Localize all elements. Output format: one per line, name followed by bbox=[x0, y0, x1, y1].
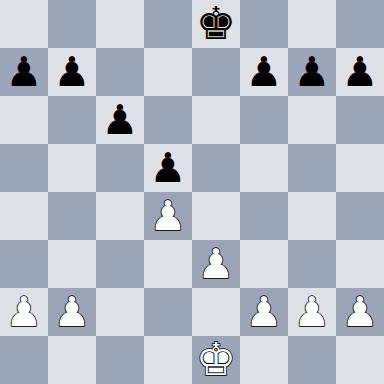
square-g1[interactable] bbox=[288, 336, 336, 384]
square-b5[interactable] bbox=[48, 144, 96, 192]
square-d3[interactable] bbox=[144, 240, 192, 288]
square-e1[interactable]: ♚ bbox=[192, 336, 240, 384]
square-g2[interactable]: ♟ bbox=[288, 288, 336, 336]
square-d6[interactable] bbox=[144, 96, 192, 144]
piece-white-pawn[interactable]: ♟ bbox=[6, 288, 43, 336]
square-d8[interactable] bbox=[144, 0, 192, 48]
square-g8[interactable] bbox=[288, 0, 336, 48]
square-e6[interactable] bbox=[192, 96, 240, 144]
square-h2[interactable]: ♟ bbox=[336, 288, 384, 336]
square-e2[interactable] bbox=[192, 288, 240, 336]
square-h8[interactable] bbox=[336, 0, 384, 48]
piece-white-king[interactable]: ♚ bbox=[196, 336, 236, 384]
square-c5[interactable] bbox=[96, 144, 144, 192]
square-f8[interactable] bbox=[240, 0, 288, 48]
square-d5[interactable]: ♟ bbox=[144, 144, 192, 192]
square-f4[interactable] bbox=[240, 192, 288, 240]
square-f6[interactable] bbox=[240, 96, 288, 144]
square-g6[interactable] bbox=[288, 96, 336, 144]
square-a1[interactable] bbox=[0, 336, 48, 384]
square-a2[interactable]: ♟ bbox=[0, 288, 48, 336]
square-b4[interactable] bbox=[48, 192, 96, 240]
square-a6[interactable] bbox=[0, 96, 48, 144]
square-c3[interactable] bbox=[96, 240, 144, 288]
square-h6[interactable] bbox=[336, 96, 384, 144]
square-h7[interactable]: ♟ bbox=[336, 48, 384, 96]
piece-white-pawn[interactable]: ♟ bbox=[150, 192, 187, 240]
square-c2[interactable] bbox=[96, 288, 144, 336]
piece-white-pawn[interactable]: ♟ bbox=[246, 288, 283, 336]
square-d7[interactable] bbox=[144, 48, 192, 96]
square-g3[interactable] bbox=[288, 240, 336, 288]
square-f2[interactable]: ♟ bbox=[240, 288, 288, 336]
square-e8[interactable]: ♚ bbox=[192, 0, 240, 48]
piece-black-pawn[interactable]: ♟ bbox=[54, 48, 91, 96]
square-e7[interactable] bbox=[192, 48, 240, 96]
square-b6[interactable] bbox=[48, 96, 96, 144]
square-c7[interactable] bbox=[96, 48, 144, 96]
square-d2[interactable] bbox=[144, 288, 192, 336]
square-a8[interactable] bbox=[0, 0, 48, 48]
square-b2[interactable]: ♟ bbox=[48, 288, 96, 336]
piece-white-pawn[interactable]: ♟ bbox=[54, 288, 91, 336]
piece-black-pawn[interactable]: ♟ bbox=[294, 48, 331, 96]
piece-black-pawn[interactable]: ♟ bbox=[102, 96, 139, 144]
square-c1[interactable] bbox=[96, 336, 144, 384]
square-h1[interactable] bbox=[336, 336, 384, 384]
square-c4[interactable] bbox=[96, 192, 144, 240]
piece-black-pawn[interactable]: ♟ bbox=[150, 144, 187, 192]
square-c8[interactable] bbox=[96, 0, 144, 48]
square-e5[interactable] bbox=[192, 144, 240, 192]
square-f7[interactable]: ♟ bbox=[240, 48, 288, 96]
square-h4[interactable] bbox=[336, 192, 384, 240]
square-d1[interactable] bbox=[144, 336, 192, 384]
square-f5[interactable] bbox=[240, 144, 288, 192]
square-g5[interactable] bbox=[288, 144, 336, 192]
square-e4[interactable] bbox=[192, 192, 240, 240]
piece-black-king[interactable]: ♚ bbox=[196, 0, 236, 48]
square-a7[interactable]: ♟ bbox=[0, 48, 48, 96]
square-c6[interactable]: ♟ bbox=[96, 96, 144, 144]
square-g4[interactable] bbox=[288, 192, 336, 240]
square-a3[interactable] bbox=[0, 240, 48, 288]
square-b7[interactable]: ♟ bbox=[48, 48, 96, 96]
piece-white-pawn[interactable]: ♟ bbox=[198, 240, 235, 288]
square-h3[interactable] bbox=[336, 240, 384, 288]
square-g7[interactable]: ♟ bbox=[288, 48, 336, 96]
square-f3[interactable] bbox=[240, 240, 288, 288]
piece-black-pawn[interactable]: ♟ bbox=[342, 48, 379, 96]
square-h5[interactable] bbox=[336, 144, 384, 192]
square-e3[interactable]: ♟ bbox=[192, 240, 240, 288]
square-d4[interactable]: ♟ bbox=[144, 192, 192, 240]
square-b1[interactable] bbox=[48, 336, 96, 384]
square-b3[interactable] bbox=[48, 240, 96, 288]
piece-black-pawn[interactable]: ♟ bbox=[246, 48, 283, 96]
square-a4[interactable] bbox=[0, 192, 48, 240]
piece-white-pawn[interactable]: ♟ bbox=[342, 288, 379, 336]
square-f1[interactable] bbox=[240, 336, 288, 384]
piece-white-pawn[interactable]: ♟ bbox=[294, 288, 331, 336]
piece-black-pawn[interactable]: ♟ bbox=[6, 48, 43, 96]
square-b8[interactable] bbox=[48, 0, 96, 48]
square-a5[interactable] bbox=[0, 144, 48, 192]
chess-board: ♚♟♟♟♟♟♟♟♟♟♟♟♟♟♟♚ bbox=[0, 0, 384, 384]
